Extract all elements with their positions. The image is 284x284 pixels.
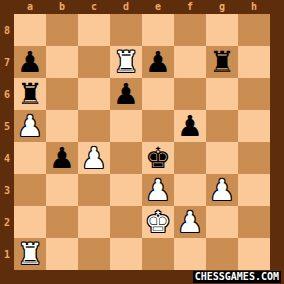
file-label-d: d	[110, 0, 142, 14]
square-h1	[238, 238, 270, 270]
square-f7	[174, 46, 206, 78]
black-pawn-a7: ♟	[14, 46, 46, 78]
rank-label-6: 6	[0, 78, 14, 110]
square-f8	[174, 14, 206, 46]
square-e3: ♟	[142, 174, 174, 206]
square-e7: ♟	[142, 46, 174, 78]
black-pawn-d6: ♟	[110, 78, 142, 110]
square-c8	[78, 14, 110, 46]
file-labels: abcdefgh	[14, 0, 270, 14]
square-f2: ♟	[174, 206, 206, 238]
square-g3: ♟	[206, 174, 238, 206]
square-g8	[206, 14, 238, 46]
square-g4	[206, 142, 238, 174]
square-a4	[14, 142, 46, 174]
black-pawn-f5: ♟	[174, 110, 206, 142]
rank-label-7: 7	[0, 46, 14, 78]
white-pawn-f2: ♟	[174, 206, 206, 238]
file-label-g: g	[206, 0, 238, 14]
white-pawn-c4: ♟	[78, 142, 110, 174]
black-king-e4: ♚	[142, 142, 174, 174]
square-a3	[14, 174, 46, 206]
square-b6	[46, 78, 78, 110]
square-b4: ♟	[46, 142, 78, 174]
rank-labels: 87654321	[0, 14, 14, 270]
black-rook-g7: ♜	[206, 46, 238, 78]
square-c6	[78, 78, 110, 110]
rank-label-4: 4	[0, 142, 14, 174]
square-f4	[174, 142, 206, 174]
square-e4: ♚	[142, 142, 174, 174]
square-a6: ♜	[14, 78, 46, 110]
file-label-b: b	[46, 0, 78, 14]
square-g5	[206, 110, 238, 142]
white-rook-d7: ♜	[110, 46, 142, 78]
chessgames-watermark: CHESSGAMES.COM	[193, 271, 281, 283]
black-pawn-b4: ♟	[46, 142, 78, 174]
square-g6	[206, 78, 238, 110]
square-b2	[46, 206, 78, 238]
square-d1	[110, 238, 142, 270]
square-d3	[110, 174, 142, 206]
square-c3	[78, 174, 110, 206]
file-label-f: f	[174, 0, 206, 14]
square-b1	[46, 238, 78, 270]
square-f3	[174, 174, 206, 206]
file-label-c: c	[78, 0, 110, 14]
white-pawn-a5: ♟	[14, 110, 46, 142]
rank-label-5: 5	[0, 110, 14, 142]
square-c7	[78, 46, 110, 78]
rank-label-2: 2	[0, 206, 14, 238]
square-h6	[238, 78, 270, 110]
file-label-a: a	[14, 0, 46, 14]
square-h3	[238, 174, 270, 206]
square-a8	[14, 14, 46, 46]
black-rook-a6: ♜	[14, 78, 46, 110]
square-c2	[78, 206, 110, 238]
square-f1	[174, 238, 206, 270]
square-b5	[46, 110, 78, 142]
rank-label-1: 1	[0, 238, 14, 270]
square-c1	[78, 238, 110, 270]
square-c4: ♟	[78, 142, 110, 174]
square-f6	[174, 78, 206, 110]
square-a5: ♟	[14, 110, 46, 142]
square-a1: ♜	[14, 238, 46, 270]
white-rook-a1: ♜	[14, 238, 46, 270]
square-d4	[110, 142, 142, 174]
white-king-e2: ♚	[142, 206, 174, 238]
square-h7	[238, 46, 270, 78]
rank-label-3: 3	[0, 174, 14, 206]
square-e5	[142, 110, 174, 142]
square-e8	[142, 14, 174, 46]
square-e2: ♚	[142, 206, 174, 238]
square-b8	[46, 14, 78, 46]
square-h2	[238, 206, 270, 238]
white-pawn-g3: ♟	[206, 174, 238, 206]
square-h4	[238, 142, 270, 174]
square-c5	[78, 110, 110, 142]
square-b3	[46, 174, 78, 206]
square-d7: ♜	[110, 46, 142, 78]
square-a2	[14, 206, 46, 238]
square-h5	[238, 110, 270, 142]
square-e6	[142, 78, 174, 110]
black-pawn-e7: ♟	[142, 46, 174, 78]
square-g2	[206, 206, 238, 238]
square-d8	[110, 14, 142, 46]
square-d5	[110, 110, 142, 142]
board-frame: abcdefgh 87654321 ♟♜♟♜♜♟♟♟♟♟♚♟♟♚♟♜ CHESS…	[0, 0, 284, 284]
chess-board: ♟♜♟♜♜♟♟♟♟♟♚♟♟♚♟♜	[14, 14, 270, 270]
rank-label-8: 8	[0, 14, 14, 46]
white-pawn-e3: ♟	[142, 174, 174, 206]
square-d2	[110, 206, 142, 238]
square-h8	[238, 14, 270, 46]
square-b7	[46, 46, 78, 78]
file-label-e: e	[142, 0, 174, 14]
square-g7: ♜	[206, 46, 238, 78]
square-f5: ♟	[174, 110, 206, 142]
file-label-h: h	[238, 0, 270, 14]
square-d6: ♟	[110, 78, 142, 110]
square-a7: ♟	[14, 46, 46, 78]
square-g1	[206, 238, 238, 270]
square-e1	[142, 238, 174, 270]
